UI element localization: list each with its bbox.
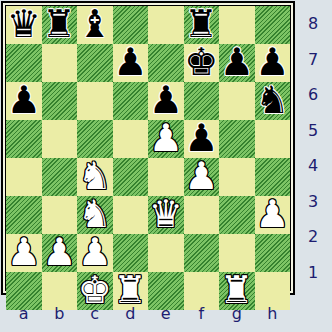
square-f6[interactable]: [184, 82, 220, 120]
square-b7[interactable]: [42, 44, 78, 82]
piece-black-pawn[interactable]: ♟: [255, 43, 289, 81]
piece-black-pawn[interactable]: ♟: [149, 81, 183, 119]
square-g6[interactable]: [219, 82, 255, 120]
piece-black-pawn[interactable]: ♟: [7, 81, 41, 119]
piece-white-pawn[interactable]: ♟: [7, 233, 41, 271]
piece-white-pawn[interactable]: ♟: [255, 195, 289, 233]
square-h2[interactable]: [255, 234, 291, 272]
piece-white-knight[interactable]: ♞: [78, 157, 112, 195]
square-g3[interactable]: [219, 196, 255, 234]
square-d8[interactable]: [113, 6, 149, 44]
square-a3[interactable]: [6, 196, 42, 234]
square-e7[interactable]: [148, 44, 184, 82]
square-c8[interactable]: ♝: [77, 6, 113, 44]
square-h5[interactable]: [255, 120, 291, 158]
square-e8[interactable]: [148, 6, 184, 44]
square-c6[interactable]: [77, 82, 113, 120]
file-label-b: b: [42, 296, 78, 330]
rank-label-8: 8: [296, 6, 330, 42]
piece-white-pawn[interactable]: ♟: [149, 119, 183, 157]
square-h8[interactable]: [255, 6, 291, 44]
square-f4[interactable]: ♟: [184, 158, 220, 196]
piece-white-knight[interactable]: ♞: [78, 195, 112, 233]
rank-label-6: 6: [296, 77, 330, 113]
square-c7[interactable]: [77, 44, 113, 82]
piece-black-king[interactable]: ♚: [184, 43, 218, 81]
square-f8[interactable]: ♜: [184, 6, 220, 44]
square-e5[interactable]: ♟: [148, 120, 184, 158]
rank-label-2: 2: [296, 219, 330, 255]
square-e6[interactable]: ♟: [148, 82, 184, 120]
piece-black-rook[interactable]: ♜: [184, 5, 218, 43]
piece-white-pawn[interactable]: ♟: [184, 157, 218, 195]
square-g5[interactable]: [219, 120, 255, 158]
square-h7[interactable]: ♟: [255, 44, 291, 82]
piece-white-pawn[interactable]: ♟: [78, 233, 112, 271]
square-a6[interactable]: ♟: [6, 82, 42, 120]
square-h3[interactable]: ♟: [255, 196, 291, 234]
square-b5[interactable]: [42, 120, 78, 158]
rank-label-1: 1: [296, 255, 330, 291]
square-b6[interactable]: [42, 82, 78, 120]
square-e3[interactable]: ♛: [148, 196, 184, 234]
square-d6[interactable]: [113, 82, 149, 120]
piece-black-rook[interactable]: ♜: [42, 5, 76, 43]
square-d7[interactable]: ♟: [113, 44, 149, 82]
piece-black-pawn[interactable]: ♟: [220, 43, 254, 81]
square-a7[interactable]: [6, 44, 42, 82]
square-c2[interactable]: ♟: [77, 234, 113, 272]
file-label-a: a: [6, 296, 42, 330]
piece-black-bishop[interactable]: ♝: [78, 5, 112, 43]
square-b4[interactable]: [42, 158, 78, 196]
rank-label-7: 7: [296, 42, 330, 78]
square-b8[interactable]: ♜: [42, 6, 78, 44]
square-a5[interactable]: [6, 120, 42, 158]
file-label-d: d: [113, 296, 149, 330]
board-frame: ♛♜♝♜♟♚♟♟♟♟♞♟♟♞♟♞♛♟♟♟♟♚♜♜: [1, 1, 295, 295]
square-f3[interactable]: [184, 196, 220, 234]
piece-black-pawn[interactable]: ♟: [113, 43, 147, 81]
square-g8[interactable]: [219, 6, 255, 44]
file-label-e: e: [148, 296, 184, 330]
square-d5[interactable]: [113, 120, 149, 158]
square-h6[interactable]: ♞: [255, 82, 291, 120]
square-d2[interactable]: [113, 234, 149, 272]
square-a2[interactable]: ♟: [6, 234, 42, 272]
square-c3[interactable]: ♞: [77, 196, 113, 234]
rank-label-5: 5: [296, 113, 330, 149]
piece-black-queen[interactable]: ♛: [7, 5, 41, 43]
square-f2[interactable]: [184, 234, 220, 272]
file-labels: abcdefgh: [6, 296, 290, 330]
file-label-c: c: [77, 296, 113, 330]
square-g2[interactable]: [219, 234, 255, 272]
rank-labels: 87654321: [296, 6, 330, 290]
piece-black-pawn[interactable]: ♟: [184, 119, 218, 157]
square-e2[interactable]: [148, 234, 184, 272]
chess-board: ♛♜♝♜♟♚♟♟♟♟♞♟♟♞♟♞♛♟♟♟♟♚♜♜: [6, 6, 290, 290]
square-a8[interactable]: ♛: [6, 6, 42, 44]
file-label-f: f: [184, 296, 220, 330]
square-a4[interactable]: [6, 158, 42, 196]
square-f7[interactable]: ♚: [184, 44, 220, 82]
square-b3[interactable]: [42, 196, 78, 234]
square-d4[interactable]: [113, 158, 149, 196]
file-label-h: h: [255, 296, 291, 330]
piece-white-pawn[interactable]: ♟: [42, 233, 76, 271]
square-f5[interactable]: ♟: [184, 120, 220, 158]
square-c4[interactable]: ♞: [77, 158, 113, 196]
square-b2[interactable]: ♟: [42, 234, 78, 272]
square-g4[interactable]: [219, 158, 255, 196]
file-label-g: g: [219, 296, 255, 330]
piece-white-queen[interactable]: ♛: [149, 195, 183, 233]
square-h4[interactable]: [255, 158, 291, 196]
rank-label-4: 4: [296, 148, 330, 184]
square-g7[interactable]: ♟: [219, 44, 255, 82]
square-c5[interactable]: [77, 120, 113, 158]
board-inner-border: ♛♜♝♜♟♚♟♟♟♟♞♟♟♞♟♞♛♟♟♟♟♚♜♜: [5, 5, 291, 291]
piece-black-knight[interactable]: ♞: [255, 81, 289, 119]
square-d3[interactable]: [113, 196, 149, 234]
square-e4[interactable]: [148, 158, 184, 196]
rank-label-3: 3: [296, 184, 330, 220]
